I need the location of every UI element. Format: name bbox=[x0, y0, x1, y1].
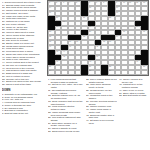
cell-number: 39 bbox=[109, 41, 111, 43]
clue-text: Shot hit high at the net bbox=[4, 112, 28, 114]
grid-cell[interactable] bbox=[55, 70, 62, 75]
clues-left-column: 9. Ocean movement seen twice a day14. Sp… bbox=[2, 1, 44, 115]
cell-number: 24 bbox=[96, 21, 98, 23]
cell-number: 20 bbox=[56, 17, 58, 19]
cell-number: 55 bbox=[89, 70, 91, 72]
clue-text: Warm lining inside a winter coat bbox=[89, 108, 111, 113]
cell-number: 12 bbox=[136, 2, 138, 4]
clue-item: 46. Sit down to an evening meal bbox=[86, 119, 117, 124]
cell-number: 41 bbox=[69, 46, 71, 48]
cell-number: 36 bbox=[69, 41, 71, 43]
clue-text: Folk festival instrument with strings bbox=[51, 116, 81, 121]
clues-column-2: 9. Low rumbling sound that follows a fla… bbox=[48, 78, 83, 133]
cell-number: 50 bbox=[49, 66, 51, 68]
cell-number: 54 bbox=[49, 70, 51, 72]
clue-text: Unwanted plant in the garden bbox=[89, 94, 113, 99]
cell-number: 17 bbox=[49, 12, 51, 14]
cell-number: 43 bbox=[56, 51, 58, 53]
grid-cell[interactable] bbox=[135, 70, 142, 75]
cell-number: 16 bbox=[116, 7, 118, 9]
cell-number: 35 bbox=[49, 41, 51, 43]
clue-text: Low rumbling sound that follows a flash … bbox=[50, 78, 77, 83]
cell-number: 18 bbox=[89, 12, 91, 14]
across-clues-continued: 9. Ocean movement seen twice a day14. Sp… bbox=[2, 1, 44, 86]
cell-number: 52 bbox=[109, 66, 111, 68]
clue-text: Three-legged stand for an artist's canva… bbox=[89, 78, 117, 83]
grid-cell[interactable]: 55 bbox=[88, 70, 95, 75]
clue-text: Dark sticky surface on a freshly paved r… bbox=[51, 122, 77, 127]
cell-number: 26 bbox=[89, 26, 91, 28]
black-cell[interactable] bbox=[81, 70, 88, 75]
cell-number: 6 bbox=[89, 2, 90, 4]
grid-cell[interactable]: 56 bbox=[108, 70, 115, 75]
cell-number: 28 bbox=[49, 31, 51, 33]
clue-text: Small frozen pellets of rain bbox=[51, 130, 79, 132]
cell-number: 47 bbox=[56, 61, 58, 63]
cell-number: 32 bbox=[49, 36, 51, 38]
cell-number: 15 bbox=[89, 7, 91, 9]
grid-cell[interactable]: 54 bbox=[48, 70, 55, 75]
cell-number: 10 bbox=[123, 2, 125, 4]
down-header: DOWN bbox=[2, 89, 44, 92]
crossword-page: 1234567891011121314151617181920212223242… bbox=[0, 0, 150, 150]
grid-cell[interactable] bbox=[61, 70, 68, 75]
clue-text: Noisy machine that keeps the lawn trimme… bbox=[51, 100, 83, 105]
grid-cell[interactable] bbox=[128, 70, 135, 75]
clue-text: Bird that hoots at night bbox=[122, 94, 146, 96]
clue-text: Tall flightless bird found across Austra… bbox=[51, 89, 76, 94]
cell-number: 23 bbox=[63, 21, 65, 23]
clue-text: Reads quickly for the main points bbox=[89, 89, 112, 94]
clue-text: Spinning rooster atop a barn roof bbox=[89, 114, 114, 119]
grid-cell[interactable] bbox=[68, 70, 75, 75]
cell-number: 45 bbox=[63, 56, 65, 58]
cell-number: 56 bbox=[109, 70, 111, 72]
grid-cell[interactable] bbox=[95, 70, 102, 75]
clue-text: Sit down to an evening meal bbox=[89, 119, 114, 124]
cell-number: 44 bbox=[63, 51, 65, 53]
grid-cell[interactable] bbox=[75, 70, 82, 75]
cell-number: 51 bbox=[89, 66, 91, 68]
cell-number: 9 bbox=[116, 2, 117, 4]
cell-number: 22 bbox=[109, 17, 111, 19]
cell-number: 13 bbox=[143, 2, 145, 4]
clue-item: 8. Shot hit high at the net bbox=[2, 112, 44, 115]
clue-text: Takes a seat at the table bbox=[5, 83, 31, 85]
cell-number: 31 bbox=[143, 31, 145, 33]
clue-item: 55. Takes a seat at the table bbox=[2, 83, 44, 86]
cell-number: 49 bbox=[136, 61, 138, 63]
clue-item: 52. Bird that hoots at night bbox=[119, 94, 149, 97]
cell-number: 14 bbox=[49, 7, 51, 9]
clue-text: Not seen very often, as a rare visitor bbox=[51, 83, 83, 88]
cell-number: 25 bbox=[56, 26, 58, 28]
cell-number: 7 bbox=[96, 2, 97, 4]
cell-number: 2 bbox=[56, 2, 57, 4]
clue-text: Long peaceful stretch between wars bbox=[51, 105, 75, 110]
grid-cell[interactable] bbox=[141, 70, 148, 75]
cell-number: 8 bbox=[103, 2, 104, 4]
cell-number: 48 bbox=[89, 61, 91, 63]
cell-number: 53 bbox=[143, 66, 145, 68]
cell-number: 42 bbox=[96, 46, 98, 48]
cell-number: 11 bbox=[129, 2, 131, 4]
clue-text: Wide smile showing plenty of teeth bbox=[89, 83, 111, 88]
clue-text: Warm breakfast bowl made from rolled oat… bbox=[51, 111, 81, 116]
cell-number: 40 bbox=[49, 46, 51, 48]
black-cell[interactable] bbox=[101, 70, 108, 75]
cell-number: 30 bbox=[123, 31, 125, 33]
cell-number: 27 bbox=[136, 26, 138, 28]
clue-text: Sets the asking price at, as an auction … bbox=[51, 94, 80, 99]
crossword-grid: 1234567891011121314151617181920212223242… bbox=[47, 0, 149, 76]
clue-item: 28. Small frozen pellets of rain bbox=[48, 130, 83, 133]
cell-number: 38 bbox=[103, 41, 105, 43]
cell-number: 34 bbox=[116, 36, 118, 38]
cell-number: 5 bbox=[76, 2, 77, 4]
cell-number: 4 bbox=[69, 2, 70, 4]
cell-number: 37 bbox=[76, 41, 78, 43]
clue-text: Money earned at a weekly job bbox=[122, 78, 143, 83]
cell-number: 29 bbox=[89, 31, 91, 33]
grid-cell[interactable] bbox=[121, 70, 128, 75]
cell-number: 19 bbox=[116, 12, 118, 14]
cell-number: 21 bbox=[83, 17, 85, 19]
cell-number: 46 bbox=[96, 56, 98, 58]
clues-column-4: 47. Money earned at a weekly job48. Larg… bbox=[119, 78, 149, 97]
cell-number: 3 bbox=[63, 2, 64, 4]
clues-column-3: 32. Three-legged stand for an artist's c… bbox=[86, 78, 117, 124]
clue-text: Friendly greeting between sailors bbox=[89, 100, 117, 105]
down-clues-start: 1. Opposite of an enthusiastic yes2. Gol… bbox=[2, 93, 44, 115]
cell-number: 1 bbox=[49, 2, 50, 4]
grid-cell[interactable] bbox=[115, 70, 122, 75]
clue-text: Largest deer of the northern woods bbox=[122, 83, 143, 88]
cell-number: 33 bbox=[83, 36, 85, 38]
